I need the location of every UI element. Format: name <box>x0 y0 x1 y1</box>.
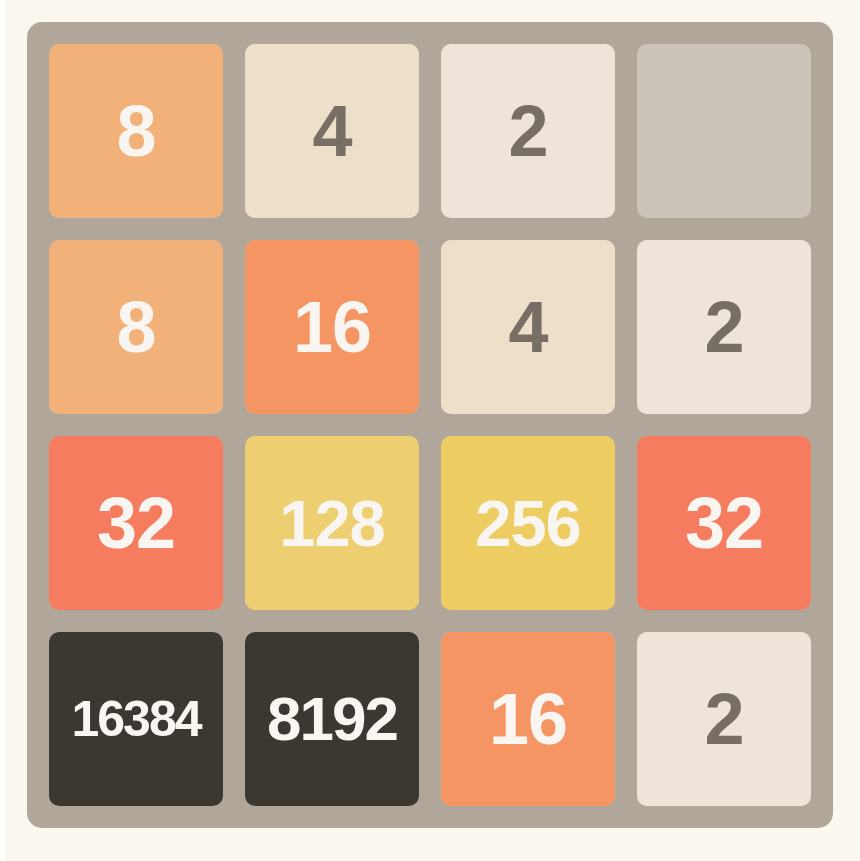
cell-r3c1: 32 <box>49 436 223 610</box>
game-board-2048[interactable]: 842816423212825632163848192162 <box>27 22 833 828</box>
tile-2: 2 <box>637 240 811 414</box>
tile-4: 4 <box>245 44 419 218</box>
cell-r2c3: 4 <box>441 240 615 414</box>
page-left-edge <box>0 0 5 861</box>
cell-r2c4: 2 <box>637 240 811 414</box>
tile-2: 2 <box>637 632 811 806</box>
tile-32: 32 <box>49 436 223 610</box>
cell-r2c1: 8 <box>49 240 223 414</box>
cell-r4c4: 2 <box>637 632 811 806</box>
cell-r1c2: 4 <box>245 44 419 218</box>
tile-256: 256 <box>441 436 615 610</box>
tile-16384: 16384 <box>49 632 223 806</box>
tile-2: 2 <box>441 44 615 218</box>
cell-r4c3: 16 <box>441 632 615 806</box>
cell-r1c1: 8 <box>49 44 223 218</box>
tile-32: 32 <box>637 436 811 610</box>
cell-r4c1: 16384 <box>49 632 223 806</box>
tile-8: 8 <box>49 44 223 218</box>
cell-r1c3: 2 <box>441 44 615 218</box>
tile-16: 16 <box>441 632 615 806</box>
tile-16: 16 <box>245 240 419 414</box>
tile-4: 4 <box>441 240 615 414</box>
tile-8192: 8192 <box>245 632 419 806</box>
cell-r2c2: 16 <box>245 240 419 414</box>
empty-cell <box>637 44 811 218</box>
cell-r3c3: 256 <box>441 436 615 610</box>
tile-8: 8 <box>49 240 223 414</box>
cell-r3c4: 32 <box>637 436 811 610</box>
cell-r3c2: 128 <box>245 436 419 610</box>
cell-r4c2: 8192 <box>245 632 419 806</box>
tile-128: 128 <box>245 436 419 610</box>
